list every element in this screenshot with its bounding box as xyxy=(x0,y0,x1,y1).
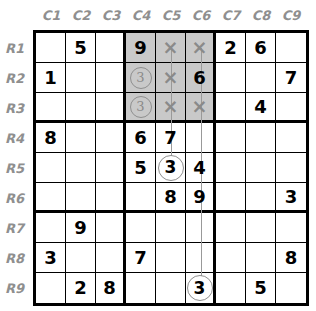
given-digit: 8 xyxy=(44,129,57,147)
cell-R4C2 xyxy=(66,123,96,153)
cell-R6C5: 8 xyxy=(156,183,186,213)
row-label-R9: R9 xyxy=(3,273,31,303)
given-digit: 8 xyxy=(164,188,177,206)
cell-R8C8 xyxy=(246,243,276,273)
cell-R9C4 xyxy=(126,273,156,303)
cell-R2C3 xyxy=(96,63,126,93)
cell-R2C7 xyxy=(216,63,246,93)
cell-R6C3 xyxy=(96,183,126,213)
given-digit: 3 xyxy=(194,280,206,297)
col-label-C8: C8 xyxy=(246,5,276,27)
cell-R5C7 xyxy=(216,153,246,183)
cell-R9C8: 5 xyxy=(246,273,276,303)
cell-R4C9 xyxy=(276,123,306,153)
row-label-R3: R3 xyxy=(3,93,31,123)
cell-R7C9 xyxy=(276,213,306,243)
given-digit: 2 xyxy=(74,279,87,297)
x-mark-icon: × xyxy=(163,97,179,116)
cell-R7C4 xyxy=(126,213,156,243)
cell-R6C4 xyxy=(126,183,156,213)
cell-R9C2: 2 xyxy=(66,273,96,303)
cell-R7C3 xyxy=(96,213,126,243)
given-digit: 4 xyxy=(193,159,206,177)
x-mark-icon: × xyxy=(163,38,179,57)
highlight-circle: 3 xyxy=(158,155,184,181)
cell-R3C8: 4 xyxy=(246,93,276,123)
cell-R5C8 xyxy=(246,153,276,183)
cell-R4C3 xyxy=(96,123,126,153)
cell-R9C5 xyxy=(156,273,186,303)
sudoku-diagram: C1C2C3C4C5C6C7C8C9 R1R2R3R4R5R6R7R8R9 59… xyxy=(0,0,316,311)
cell-R6C7 xyxy=(216,183,246,213)
cell-R8C5 xyxy=(156,243,186,273)
row-label-R6: R6 xyxy=(3,183,31,213)
col-label-C3: C3 xyxy=(96,5,126,27)
cell-R7C1 xyxy=(36,213,66,243)
cell-R2C2 xyxy=(66,63,96,93)
cell-R1C8: 6 xyxy=(246,33,276,63)
cell-R4C7 xyxy=(216,123,246,153)
cell-R5C3 xyxy=(96,153,126,183)
given-digit: 9 xyxy=(193,188,206,206)
cell-R6C1 xyxy=(36,183,66,213)
cell-R6C8 xyxy=(246,183,276,213)
cell-R8C2 xyxy=(66,243,96,273)
cell-R6C2 xyxy=(66,183,96,213)
cell-R3C7 xyxy=(216,93,246,123)
cell-R2C4: 3 xyxy=(126,63,156,93)
given-digit: 3 xyxy=(44,249,57,267)
given-digit: 3 xyxy=(285,188,298,206)
col-label-C5: C5 xyxy=(156,5,186,27)
cell-R3C2 xyxy=(66,93,96,123)
col-label-C7: C7 xyxy=(216,5,246,27)
cell-R7C7 xyxy=(216,213,246,243)
given-digit: 6 xyxy=(254,39,267,57)
cell-R8C1: 3 xyxy=(36,243,66,273)
cell-R1C9 xyxy=(276,33,306,63)
cell-R3C1 xyxy=(36,93,66,123)
cell-R9C7 xyxy=(216,273,246,303)
cell-R5C4: 5 xyxy=(126,153,156,183)
cell-R6C9: 3 xyxy=(276,183,306,213)
given-digit: 4 xyxy=(254,98,267,116)
row-label-R1: R1 xyxy=(3,33,31,63)
cell-R2C8 xyxy=(246,63,276,93)
cell-R1C1 xyxy=(36,33,66,63)
sudoku-board: 59××2613×673××486753489393782835 xyxy=(33,30,309,306)
cell-R3C3 xyxy=(96,93,126,123)
cell-R7C5 xyxy=(156,213,186,243)
cell-R1C2: 5 xyxy=(66,33,96,63)
cell-R7C8 xyxy=(246,213,276,243)
given-digit: 7 xyxy=(164,129,177,147)
cell-R5C1 xyxy=(36,153,66,183)
cell-R8C7 xyxy=(216,243,246,273)
given-digit: 5 xyxy=(74,39,87,57)
cell-R4C8 xyxy=(246,123,276,153)
row-label-R7: R7 xyxy=(3,213,31,243)
given-digit: 5 xyxy=(254,279,267,297)
row-label-R2: R2 xyxy=(3,63,31,93)
cell-R4C4: 6 xyxy=(126,123,156,153)
column-labels: C1C2C3C4C5C6C7C8C9 xyxy=(36,5,306,27)
col-label-C1: C1 xyxy=(36,5,66,27)
cell-R1C4: 9 xyxy=(126,33,156,63)
given-digit: 2 xyxy=(224,39,237,57)
cell-R5C2 xyxy=(66,153,96,183)
cell-R2C9: 7 xyxy=(276,63,306,93)
given-digit: 6 xyxy=(134,129,147,147)
given-digit: 8 xyxy=(285,249,298,267)
cell-R1C3 xyxy=(96,33,126,63)
row-labels: R1R2R3R4R5R6R7R8R9 xyxy=(3,33,31,303)
cell-R2C1: 1 xyxy=(36,63,66,93)
x-mark-icon: × xyxy=(192,97,208,116)
candidate-circle: 3 xyxy=(130,67,152,89)
col-label-C2: C2 xyxy=(66,5,96,27)
highlight-circle: 3 xyxy=(187,275,213,301)
cell-R8C4: 7 xyxy=(126,243,156,273)
given-digit: 6 xyxy=(193,69,206,87)
cell-R9C6: 3 xyxy=(186,273,216,303)
cell-R5C5: 3 xyxy=(156,153,186,183)
cell-R1C7: 2 xyxy=(216,33,246,63)
cell-R5C9 xyxy=(276,153,306,183)
row-label-R5: R5 xyxy=(3,153,31,183)
col-label-C6: C6 xyxy=(186,5,216,27)
cell-R9C3: 8 xyxy=(96,273,126,303)
cell-R7C2: 9 xyxy=(66,213,96,243)
cell-R4C1: 8 xyxy=(36,123,66,153)
cell-R8C3 xyxy=(96,243,126,273)
cell-R3C4: 3 xyxy=(126,93,156,123)
x-mark-icon: × xyxy=(192,38,208,57)
row-label-R8: R8 xyxy=(3,243,31,273)
given-digit: 7 xyxy=(285,69,298,87)
cell-R8C9: 8 xyxy=(276,243,306,273)
col-label-C9: C9 xyxy=(276,5,306,27)
x-mark-icon: × xyxy=(163,68,179,87)
candidate-circle: 3 xyxy=(130,96,152,118)
cell-R3C9 xyxy=(276,93,306,123)
given-digit: 5 xyxy=(134,159,147,177)
given-digit: 9 xyxy=(74,219,87,237)
given-digit: 7 xyxy=(134,249,147,267)
given-digit: 1 xyxy=(44,69,57,87)
given-digit: 3 xyxy=(165,159,177,176)
col-label-C4: C4 xyxy=(126,5,156,27)
row-label-R4: R4 xyxy=(3,123,31,153)
cell-R9C9 xyxy=(276,273,306,303)
given-digit: 8 xyxy=(103,279,116,297)
cell-R9C1 xyxy=(36,273,66,303)
given-digit: 9 xyxy=(134,39,147,57)
